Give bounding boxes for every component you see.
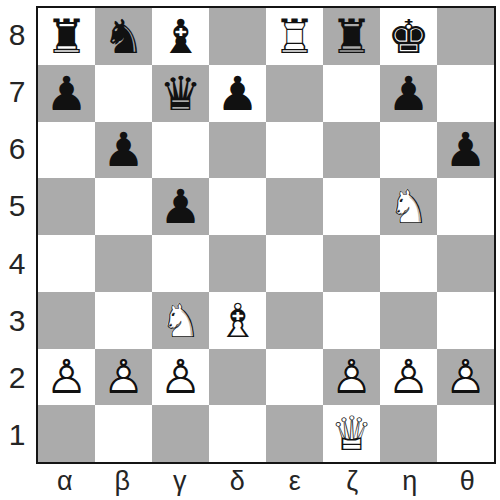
file-label-b: β [94, 464, 152, 498]
square-e1[interactable] [266, 405, 323, 462]
file-label-e: ε [266, 464, 324, 498]
square-g8[interactable]: ♚ [380, 8, 437, 65]
square-g2[interactable]: ♟♙ [380, 349, 437, 406]
square-h1[interactable] [437, 405, 494, 462]
file-label-h: θ [439, 464, 497, 498]
square-f2[interactable]: ♟♙ [323, 349, 380, 406]
file-labels: αβγδεζηθ [36, 464, 496, 498]
square-a5[interactable] [38, 178, 95, 235]
square-h8[interactable] [437, 8, 494, 65]
rank-labels: 87654321 [0, 6, 34, 464]
square-h5[interactable] [437, 178, 494, 235]
file-label-a: α [36, 464, 94, 498]
rank-label-4: 4 [0, 235, 34, 292]
square-f6[interactable] [323, 122, 380, 179]
square-g7[interactable]: ♟ [380, 65, 437, 122]
square-b6[interactable]: ♟ [95, 122, 152, 179]
square-f7[interactable] [323, 65, 380, 122]
square-b3[interactable] [95, 292, 152, 349]
square-a1[interactable] [38, 405, 95, 462]
square-b4[interactable] [95, 235, 152, 292]
rank-label-3: 3 [0, 292, 34, 349]
square-e3[interactable] [266, 292, 323, 349]
square-a2[interactable]: ♟♙ [38, 349, 95, 406]
piece-white-queen: ♛♕ [330, 410, 372, 457]
square-h3[interactable] [437, 292, 494, 349]
file-label-f: ζ [324, 464, 382, 498]
square-b1[interactable] [95, 405, 152, 462]
square-f3[interactable] [323, 292, 380, 349]
square-a4[interactable] [38, 235, 95, 292]
piece-black-pawn: ♟ [102, 126, 144, 173]
square-d5[interactable] [209, 178, 266, 235]
piece-white-pawn: ♟♙ [387, 353, 429, 400]
square-c6[interactable] [152, 122, 209, 179]
square-d6[interactable] [209, 122, 266, 179]
piece-white-knight: ♞♘ [387, 183, 429, 230]
square-g3[interactable] [380, 292, 437, 349]
square-g1[interactable] [380, 405, 437, 462]
square-a7[interactable]: ♟ [38, 65, 95, 122]
square-c8[interactable]: ♝ [152, 8, 209, 65]
square-c7[interactable]: ♛ [152, 65, 209, 122]
square-f8[interactable]: ♜ [323, 8, 380, 65]
piece-black-queen: ♛ [159, 70, 201, 117]
square-c3[interactable]: ♞♘ [152, 292, 209, 349]
square-c2[interactable]: ♟♙ [152, 349, 209, 406]
square-e8[interactable]: ♜♖ [266, 8, 323, 65]
square-d2[interactable] [209, 349, 266, 406]
square-b5[interactable] [95, 178, 152, 235]
square-e5[interactable] [266, 178, 323, 235]
square-c1[interactable] [152, 405, 209, 462]
piece-white-pawn: ♟♙ [102, 353, 144, 400]
rank-label-2: 2 [0, 350, 34, 407]
piece-black-rook: ♜ [330, 13, 372, 60]
piece-white-knight: ♞♘ [159, 297, 201, 344]
square-f1[interactable]: ♛♕ [323, 405, 380, 462]
square-d4[interactable] [209, 235, 266, 292]
piece-black-pawn: ♟ [159, 183, 201, 230]
square-e7[interactable] [266, 65, 323, 122]
square-a6[interactable] [38, 122, 95, 179]
square-h4[interactable] [437, 235, 494, 292]
square-h6[interactable]: ♟ [437, 122, 494, 179]
square-d1[interactable] [209, 405, 266, 462]
piece-white-pawn: ♟♙ [45, 353, 87, 400]
square-e4[interactable] [266, 235, 323, 292]
piece-black-rook: ♜ [45, 13, 87, 60]
square-d8[interactable] [209, 8, 266, 65]
square-g4[interactable] [380, 235, 437, 292]
square-h7[interactable] [437, 65, 494, 122]
rank-label-1: 1 [0, 407, 34, 464]
piece-white-rook: ♜♖ [273, 13, 315, 60]
square-f5[interactable] [323, 178, 380, 235]
chess-diagram: 87654321 ♜♞♝♜♖♜♚♟♛♟♟♟♟♟♞♘♞♘♝♗♟♙♟♙♟♙♟♙♟♙♟… [0, 0, 500, 500]
square-d3[interactable]: ♝♗ [209, 292, 266, 349]
file-label-c: γ [151, 464, 209, 498]
square-g5[interactable]: ♞♘ [380, 178, 437, 235]
rank-label-8: 8 [0, 6, 34, 63]
piece-white-bishop: ♝♗ [216, 297, 258, 344]
rank-label-5: 5 [0, 178, 34, 235]
piece-black-pawn: ♟ [444, 126, 486, 173]
square-e6[interactable] [266, 122, 323, 179]
piece-black-pawn: ♟ [387, 70, 429, 117]
piece-white-pawn: ♟♙ [444, 353, 486, 400]
square-b8[interactable]: ♞ [95, 8, 152, 65]
square-b7[interactable] [95, 65, 152, 122]
rank-label-6: 6 [0, 121, 34, 178]
square-c4[interactable] [152, 235, 209, 292]
square-h2[interactable]: ♟♙ [437, 349, 494, 406]
file-label-g: η [381, 464, 439, 498]
square-c5[interactable]: ♟ [152, 178, 209, 235]
piece-white-pawn: ♟♙ [159, 353, 201, 400]
board: ♜♞♝♜♖♜♚♟♛♟♟♟♟♟♞♘♞♘♝♗♟♙♟♙♟♙♟♙♟♙♟♙♛♕ [36, 6, 496, 464]
square-e2[interactable] [266, 349, 323, 406]
piece-black-pawn: ♟ [45, 70, 87, 117]
piece-black-king: ♚ [387, 13, 429, 60]
piece-black-pawn: ♟ [216, 70, 258, 117]
piece-black-knight: ♞ [102, 13, 144, 60]
square-b2[interactable]: ♟♙ [95, 349, 152, 406]
piece-white-pawn: ♟♙ [330, 353, 372, 400]
piece-black-bishop: ♝ [159, 13, 201, 60]
square-f4[interactable] [323, 235, 380, 292]
square-a8[interactable]: ♜ [38, 8, 95, 65]
rank-label-7: 7 [0, 63, 34, 120]
square-g6[interactable] [380, 122, 437, 179]
file-label-d: δ [209, 464, 267, 498]
square-d7[interactable]: ♟ [209, 65, 266, 122]
square-a3[interactable] [38, 292, 95, 349]
